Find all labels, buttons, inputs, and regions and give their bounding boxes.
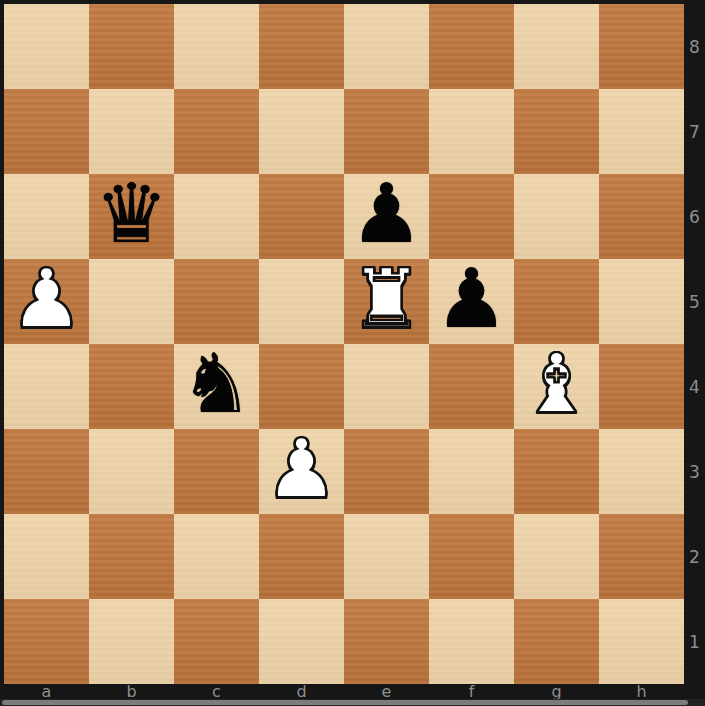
- chess-piece-white-rook[interactable]: ♜: [350, 258, 424, 340]
- board-square[interactable]: ♟: [4, 259, 89, 344]
- board-square[interactable]: [429, 174, 514, 259]
- rank-labels: 87654321: [684, 4, 705, 684]
- board-square[interactable]: [89, 429, 174, 514]
- board-square[interactable]: [599, 89, 684, 174]
- file-label-a: a: [4, 684, 89, 699]
- board-square[interactable]: ♞: [174, 344, 259, 429]
- board-square[interactable]: [4, 599, 89, 684]
- board-square[interactable]: [174, 514, 259, 599]
- board-square[interactable]: [259, 599, 344, 684]
- chess-piece-black-knight[interactable]: ♞: [180, 343, 254, 425]
- board-square[interactable]: [4, 514, 89, 599]
- board-square[interactable]: [429, 4, 514, 89]
- board-square[interactable]: [344, 4, 429, 89]
- board-square[interactable]: [514, 599, 599, 684]
- board-square[interactable]: [514, 89, 599, 174]
- file-label-h: h: [599, 684, 684, 699]
- board-square[interactable]: [174, 4, 259, 89]
- board-square[interactable]: [259, 259, 344, 344]
- board-square[interactable]: [4, 4, 89, 89]
- chess-board-window: ♛♟♟♜♟♞♝♟ 87654321 abcdefgh: [0, 0, 705, 706]
- board-square[interactable]: [174, 89, 259, 174]
- board-square[interactable]: [514, 429, 599, 514]
- board-square[interactable]: [174, 599, 259, 684]
- board-square[interactable]: [599, 514, 684, 599]
- board-square[interactable]: [174, 259, 259, 344]
- rank-label-4: 4: [684, 344, 705, 429]
- board-square[interactable]: [344, 89, 429, 174]
- board-square[interactable]: [4, 429, 89, 514]
- board-square[interactable]: [4, 174, 89, 259]
- rank-label-7: 7: [684, 89, 705, 174]
- board-square[interactable]: [344, 514, 429, 599]
- board-square[interactable]: [429, 344, 514, 429]
- chess-piece-white-bishop[interactable]: ♝: [520, 343, 594, 425]
- board-square[interactable]: [89, 599, 174, 684]
- board-square[interactable]: ♟: [429, 259, 514, 344]
- board-square[interactable]: [429, 599, 514, 684]
- chess-piece-black-pawn[interactable]: ♟: [350, 173, 424, 255]
- board-square[interactable]: [599, 4, 684, 89]
- board-square[interactable]: [429, 514, 514, 599]
- board-square[interactable]: [514, 4, 599, 89]
- board-square[interactable]: [259, 514, 344, 599]
- board-square[interactable]: [4, 89, 89, 174]
- board-square[interactable]: [429, 89, 514, 174]
- file-label-c: c: [174, 684, 259, 699]
- chess-piece-white-pawn[interactable]: ♟: [10, 258, 84, 340]
- file-label-d: d: [259, 684, 344, 699]
- chess-piece-white-pawn[interactable]: ♟: [265, 428, 339, 510]
- board-square[interactable]: ♜: [344, 259, 429, 344]
- board-square[interactable]: [89, 4, 174, 89]
- board-square[interactable]: [344, 429, 429, 514]
- board-square[interactable]: [344, 344, 429, 429]
- scrollbar-thumb[interactable]: [2, 700, 688, 705]
- board-square[interactable]: [89, 344, 174, 429]
- chess-piece-black-pawn[interactable]: ♟: [435, 258, 509, 340]
- board-square[interactable]: [174, 174, 259, 259]
- rank-label-6: 6: [684, 174, 705, 259]
- rank-label-5: 5: [684, 259, 705, 344]
- board-square[interactable]: ♟: [259, 429, 344, 514]
- board-square[interactable]: [89, 259, 174, 344]
- file-label-b: b: [89, 684, 174, 699]
- file-label-e: e: [344, 684, 429, 699]
- rank-label-3: 3: [684, 429, 705, 514]
- board-square[interactable]: [514, 514, 599, 599]
- board-square[interactable]: [599, 429, 684, 514]
- chess-piece-black-queen[interactable]: ♛: [95, 173, 169, 255]
- board-square[interactable]: [259, 4, 344, 89]
- board-square[interactable]: [259, 89, 344, 174]
- rank-label-1: 1: [684, 599, 705, 684]
- rank-label-8: 8: [684, 4, 705, 89]
- file-label-g: g: [514, 684, 599, 699]
- board-square[interactable]: [599, 259, 684, 344]
- file-label-f: f: [429, 684, 514, 699]
- file-labels: abcdefgh: [4, 684, 684, 699]
- board-square[interactable]: [4, 344, 89, 429]
- board-square[interactable]: ♟: [344, 174, 429, 259]
- board-square[interactable]: [429, 429, 514, 514]
- board-square[interactable]: [259, 344, 344, 429]
- board-square[interactable]: [599, 344, 684, 429]
- board-square[interactable]: [89, 514, 174, 599]
- board-square[interactable]: [344, 599, 429, 684]
- rank-label-2: 2: [684, 514, 705, 599]
- board-square[interactable]: [514, 259, 599, 344]
- board-square[interactable]: [174, 429, 259, 514]
- board-square[interactable]: [259, 174, 344, 259]
- board-square[interactable]: [599, 174, 684, 259]
- board-square[interactable]: ♝: [514, 344, 599, 429]
- board-square[interactable]: [89, 89, 174, 174]
- chess-board: ♛♟♟♜♟♞♝♟: [4, 4, 684, 684]
- board-square[interactable]: [514, 174, 599, 259]
- horizontal-scrollbar[interactable]: [0, 699, 705, 706]
- board-square[interactable]: [599, 599, 684, 684]
- board-square[interactable]: ♛: [89, 174, 174, 259]
